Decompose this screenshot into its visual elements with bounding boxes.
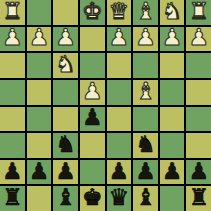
- square-h7[interactable]: ♟: [0, 160, 25, 185]
- square-d5[interactable]: [107, 107, 132, 132]
- square-h3[interactable]: [0, 53, 25, 78]
- square-h5[interactable]: [0, 107, 25, 132]
- square-b1[interactable]: ♞: [160, 0, 185, 25]
- square-d8[interactable]: ♛: [107, 186, 132, 211]
- piece-white-rook[interactable]: ♜: [2, 0, 23, 23]
- piece-white-pawn[interactable]: ♟: [162, 27, 183, 50]
- square-h2[interactable]: ♟: [0, 27, 25, 52]
- piece-black-knight[interactable]: ♞: [55, 133, 76, 156]
- square-a2[interactable]: ♟: [186, 27, 211, 52]
- square-b3[interactable]: [160, 53, 185, 78]
- square-a5[interactable]: [186, 107, 211, 132]
- square-g4[interactable]: [27, 80, 52, 105]
- piece-black-pawn[interactable]: ♟: [188, 160, 209, 183]
- piece-white-pawn[interactable]: ♟: [82, 80, 103, 103]
- square-d3[interactable]: [107, 53, 132, 78]
- piece-black-pawn[interactable]: ♟: [55, 160, 76, 183]
- square-e6[interactable]: [80, 133, 105, 158]
- square-e1[interactable]: ♚: [80, 0, 105, 25]
- square-g5[interactable]: [27, 107, 52, 132]
- square-f3[interactable]: ♞: [53, 53, 78, 78]
- piece-black-pawn[interactable]: ♟: [2, 160, 23, 183]
- piece-black-queen[interactable]: ♛: [109, 186, 130, 209]
- piece-white-queen[interactable]: ♛: [109, 0, 130, 23]
- piece-white-pawn[interactable]: ♟: [135, 27, 156, 50]
- square-f4[interactable]: [53, 80, 78, 105]
- square-e2[interactable]: [80, 27, 105, 52]
- piece-white-pawn[interactable]: ♟: [109, 27, 130, 50]
- square-f1[interactable]: [53, 0, 78, 25]
- square-h8[interactable]: ♜: [0, 186, 25, 211]
- piece-white-knight[interactable]: ♞: [162, 0, 183, 23]
- square-e7[interactable]: [80, 160, 105, 185]
- square-a6[interactable]: [186, 133, 211, 158]
- square-c3[interactable]: [133, 53, 158, 78]
- square-c5[interactable]: [133, 107, 158, 132]
- square-b8[interactable]: [160, 186, 185, 211]
- square-d7[interactable]: ♟: [107, 160, 132, 185]
- square-c8[interactable]: ♝: [133, 186, 158, 211]
- square-f6[interactable]: ♞: [53, 133, 78, 158]
- square-f5[interactable]: [53, 107, 78, 132]
- piece-black-king[interactable]: ♚: [82, 186, 103, 209]
- piece-white-bishop[interactable]: ♝: [135, 0, 156, 23]
- piece-black-pawn[interactable]: ♟: [29, 160, 50, 183]
- square-d2[interactable]: ♟: [107, 27, 132, 52]
- piece-white-pawn[interactable]: ♟: [188, 27, 209, 50]
- square-b5[interactable]: [160, 107, 185, 132]
- piece-white-rook[interactable]: ♜: [188, 0, 209, 23]
- square-b4[interactable]: [160, 80, 185, 105]
- square-d4[interactable]: [107, 80, 132, 105]
- piece-black-bishop[interactable]: ♝: [55, 186, 76, 209]
- square-g1[interactable]: [27, 0, 52, 25]
- square-c2[interactable]: ♟: [133, 27, 158, 52]
- square-h1[interactable]: ♜: [0, 0, 25, 25]
- square-d1[interactable]: ♛: [107, 0, 132, 25]
- square-e8[interactable]: ♚: [80, 186, 105, 211]
- square-c1[interactable]: ♝: [133, 0, 158, 25]
- square-e5[interactable]: ♟: [80, 107, 105, 132]
- square-c6[interactable]: ♞: [133, 133, 158, 158]
- square-a4[interactable]: [186, 80, 211, 105]
- piece-white-pawn[interactable]: ♟: [29, 27, 50, 50]
- square-c4[interactable]: ♝: [133, 80, 158, 105]
- piece-white-bishop[interactable]: ♝: [135, 80, 156, 103]
- square-g2[interactable]: ♟: [27, 27, 52, 52]
- piece-black-rook[interactable]: ♜: [188, 186, 209, 209]
- square-a8[interactable]: ♜: [186, 186, 211, 211]
- piece-white-pawn[interactable]: ♟: [2, 27, 23, 50]
- square-b7[interactable]: ♟: [160, 160, 185, 185]
- square-f8[interactable]: ♝: [53, 186, 78, 211]
- piece-white-knight[interactable]: ♞: [55, 53, 76, 76]
- square-e4[interactable]: ♟: [80, 80, 105, 105]
- square-b6[interactable]: [160, 133, 185, 158]
- piece-black-pawn[interactable]: ♟: [135, 160, 156, 183]
- piece-white-pawn[interactable]: ♟: [55, 27, 76, 50]
- square-f7[interactable]: ♟: [53, 160, 78, 185]
- chess-board: ♜♚♛♝♞♜♟♟♟♟♟♟♟♞♟♝♟♞♞♟♟♟♟♟♟♟♜♝♚♛♝♜: [0, 0, 211, 211]
- square-g6[interactable]: [27, 133, 52, 158]
- square-g7[interactable]: ♟: [27, 160, 52, 185]
- square-a3[interactable]: [186, 53, 211, 78]
- square-a1[interactable]: ♜: [186, 0, 211, 25]
- piece-black-rook[interactable]: ♜: [2, 186, 23, 209]
- piece-black-knight[interactable]: ♞: [135, 133, 156, 156]
- square-h6[interactable]: [0, 133, 25, 158]
- square-h4[interactable]: [0, 80, 25, 105]
- piece-black-pawn[interactable]: ♟: [162, 160, 183, 183]
- piece-black-pawn[interactable]: ♟: [82, 107, 103, 130]
- square-g8[interactable]: [27, 186, 52, 211]
- piece-black-bishop[interactable]: ♝: [135, 186, 156, 209]
- piece-black-pawn[interactable]: ♟: [109, 160, 130, 183]
- square-a7[interactable]: ♟: [186, 160, 211, 185]
- square-e3[interactable]: [80, 53, 105, 78]
- square-c7[interactable]: ♟: [133, 160, 158, 185]
- piece-white-king[interactable]: ♚: [82, 0, 103, 23]
- square-d6[interactable]: [107, 133, 132, 158]
- square-f2[interactable]: ♟: [53, 27, 78, 52]
- square-b2[interactable]: ♟: [160, 27, 185, 52]
- square-g3[interactable]: [27, 53, 52, 78]
